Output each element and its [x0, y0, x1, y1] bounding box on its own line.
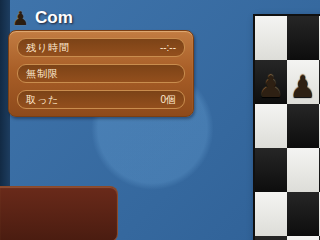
com-captured-tray [0, 186, 118, 240]
com-time-row: 残り時間 --:-- [17, 38, 185, 57]
com-panel: ♟ Com 残り時間 --:-- 無制限 取った 0個 [8, 6, 194, 117]
black-pawn-a7[interactable]: ♟ [258, 72, 285, 102]
square-b8[interactable] [287, 16, 319, 60]
square-b4[interactable] [287, 192, 319, 236]
com-time-label: 残り時間 [26, 41, 70, 55]
square-b5[interactable] [287, 148, 319, 192]
chess-board: ♛♚♞♜♟♟♟♟♟♟♟♝♟♞♟♟♟♟♟♟♟♜♝♛♚♝♞♜ abcdefgh [253, 14, 320, 240]
square-a8[interactable] [255, 16, 287, 60]
com-captured-row: 取った 0個 [17, 90, 185, 109]
com-limit-row: 無制限 [17, 64, 185, 83]
black-pawn-icon: ♟ [12, 9, 29, 28]
square-a7[interactable]: ♟ [255, 60, 287, 104]
square-b3[interactable]: ♞ [287, 236, 319, 240]
com-time-value: --:-- [160, 42, 176, 53]
square-a6[interactable] [255, 104, 287, 148]
square-b7[interactable]: ♟ [287, 60, 319, 104]
square-b6[interactable] [287, 104, 319, 148]
square-a5[interactable] [255, 148, 287, 192]
com-limit-label: 無制限 [26, 67, 59, 81]
square-a3[interactable] [255, 236, 287, 240]
com-name: Com [35, 8, 73, 28]
square-a4[interactable] [255, 192, 287, 236]
black-pawn-b7[interactable]: ♟ [290, 72, 317, 102]
board-grid: ♛♚♞♜♟♟♟♟♟♟♟♝♟♞♟♟♟♟♟♟♟♜♝♛♚♝♞♜ [255, 16, 320, 240]
com-captured-count: 0個 [160, 93, 176, 107]
com-captured-label: 取った [26, 93, 59, 107]
